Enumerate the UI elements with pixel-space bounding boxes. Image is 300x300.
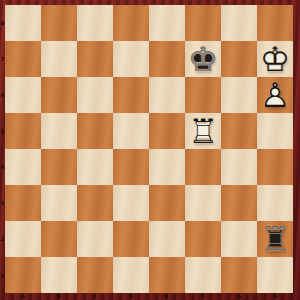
file-label-g: G (221, 292, 257, 300)
square-h7[interactable]: ♚♔ (257, 41, 293, 77)
board: ♚♔♚♔♟♙♜♖♜♖ (5, 5, 293, 293)
square-a3[interactable] (5, 185, 41, 221)
rank-label-1: 1 (0, 257, 5, 293)
square-b8[interactable] (41, 5, 77, 41)
file-label-f: F (185, 292, 221, 300)
square-f3[interactable] (185, 185, 221, 221)
square-c1[interactable] (77, 257, 113, 293)
square-f8[interactable] (185, 5, 221, 41)
square-b7[interactable] (41, 41, 77, 77)
square-h5[interactable] (257, 113, 293, 149)
square-b6[interactable] (41, 77, 77, 113)
square-a2[interactable] (5, 221, 41, 257)
square-h1[interactable] (257, 257, 293, 293)
square-c2[interactable] (77, 221, 113, 257)
rank-label-3: 3 (0, 185, 5, 221)
file-label-d: D (113, 292, 149, 300)
square-g6[interactable] (221, 77, 257, 113)
square-e1[interactable] (149, 257, 185, 293)
piece-white-rook[interactable]: ♜♖ (185, 113, 221, 149)
square-c8[interactable] (77, 5, 113, 41)
square-f2[interactable] (185, 221, 221, 257)
square-e2[interactable] (149, 221, 185, 257)
square-e5[interactable] (149, 113, 185, 149)
piece-black-rook[interactable]: ♜♖ (257, 221, 293, 257)
piece-black-king[interactable]: ♚♔ (185, 41, 221, 77)
square-e3[interactable] (149, 185, 185, 221)
square-b1[interactable] (41, 257, 77, 293)
square-c5[interactable] (77, 113, 113, 149)
file-label-a: A (5, 292, 41, 300)
square-d5[interactable] (113, 113, 149, 149)
square-a5[interactable] (5, 113, 41, 149)
square-g3[interactable] (221, 185, 257, 221)
black-king-outline-icon: ♔ (185, 41, 221, 77)
square-g2[interactable] (221, 221, 257, 257)
square-e4[interactable] (149, 149, 185, 185)
rank-label-2: 2 (0, 221, 5, 257)
white-pawn-outline-icon: ♙ (257, 77, 293, 113)
square-d2[interactable] (113, 221, 149, 257)
rank-label-5: 5 (0, 113, 5, 149)
white-rook-outline-icon: ♖ (185, 113, 221, 149)
square-f4[interactable] (185, 149, 221, 185)
square-c7[interactable] (77, 41, 113, 77)
square-c6[interactable] (77, 77, 113, 113)
square-h8[interactable] (257, 5, 293, 41)
rank-label-8: 8 (0, 5, 5, 41)
square-h6[interactable]: ♟♙ (257, 77, 293, 113)
chessboard-frame: ♚♔♚♔♟♙♜♖♜♖ 87654321 ABCDEFGH (0, 0, 300, 300)
file-label-b: B (41, 292, 77, 300)
square-e7[interactable] (149, 41, 185, 77)
black-rook-outline-icon: ♖ (257, 221, 293, 257)
square-f7[interactable]: ♚♔ (185, 41, 221, 77)
square-h2[interactable]: ♜♖ (257, 221, 293, 257)
square-h4[interactable] (257, 149, 293, 185)
square-c4[interactable] (77, 149, 113, 185)
square-f5[interactable]: ♜♖ (185, 113, 221, 149)
square-d3[interactable] (113, 185, 149, 221)
file-label-e: E (149, 292, 185, 300)
square-g7[interactable] (221, 41, 257, 77)
square-d7[interactable] (113, 41, 149, 77)
file-label-c: C (77, 292, 113, 300)
square-d6[interactable] (113, 77, 149, 113)
square-g5[interactable] (221, 113, 257, 149)
square-a8[interactable] (5, 5, 41, 41)
square-d8[interactable] (113, 5, 149, 41)
square-b4[interactable] (41, 149, 77, 185)
square-g1[interactable] (221, 257, 257, 293)
square-d1[interactable] (113, 257, 149, 293)
white-king-outline-icon: ♔ (257, 41, 293, 77)
file-label-h: H (257, 292, 293, 300)
square-d4[interactable] (113, 149, 149, 185)
square-f6[interactable] (185, 77, 221, 113)
square-g8[interactable] (221, 5, 257, 41)
piece-white-pawn[interactable]: ♟♙ (257, 77, 293, 113)
square-e8[interactable] (149, 5, 185, 41)
square-c3[interactable] (77, 185, 113, 221)
square-a4[interactable] (5, 149, 41, 185)
square-b5[interactable] (41, 113, 77, 149)
square-a7[interactable] (5, 41, 41, 77)
rank-label-4: 4 (0, 149, 5, 185)
square-f1[interactable] (185, 257, 221, 293)
square-a6[interactable] (5, 77, 41, 113)
square-h3[interactable] (257, 185, 293, 221)
square-g4[interactable] (221, 149, 257, 185)
square-b2[interactable] (41, 221, 77, 257)
rank-label-6: 6 (0, 77, 5, 113)
square-a1[interactable] (5, 257, 41, 293)
piece-white-king[interactable]: ♚♔ (257, 41, 293, 77)
square-e6[interactable] (149, 77, 185, 113)
rank-label-7: 7 (0, 41, 5, 77)
square-b3[interactable] (41, 185, 77, 221)
